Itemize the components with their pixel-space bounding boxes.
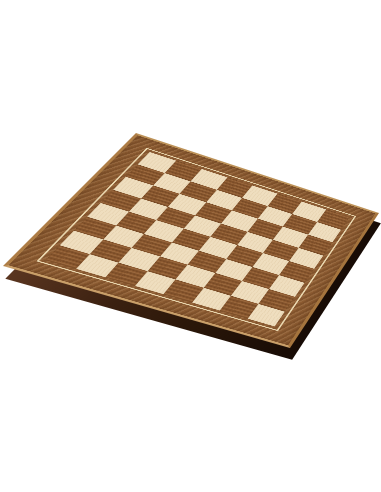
product-photo — [0, 0, 381, 492]
maple-inlay-line — [36, 148, 356, 331]
chess-board — [3, 133, 379, 348]
